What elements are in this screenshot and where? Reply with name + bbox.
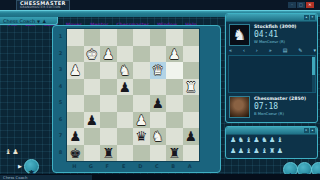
settings-button[interactable]: ✱ (24, 159, 39, 174)
captured-pawn-icon: ♟ (253, 147, 259, 156)
square-h5[interactable] (67, 95, 84, 112)
square-b5[interactable] (166, 95, 183, 112)
square-c3[interactable]: ♛ (150, 62, 167, 79)
square-g7[interactable] (84, 128, 101, 145)
logo-subtitle: GRANDMASTER EDITION (20, 6, 66, 9)
square-e8[interactable] (117, 145, 134, 162)
player-card-top: ♞ Stockfish (3000) 04:41 W MonCoeur (R) (229, 24, 315, 47)
square-g1[interactable] (84, 29, 101, 46)
knight-silhouette-icon: ♞ (233, 26, 246, 44)
square-c6[interactable] (150, 112, 167, 129)
taskbar-item[interactable]: Chess Coach (0, 175, 92, 180)
rank-label-4: 4 (56, 78, 65, 95)
square-c8[interactable] (150, 145, 167, 162)
square-c1[interactable] (150, 29, 167, 46)
player-bottom-clock: 07:18 (254, 102, 306, 111)
piece-white-knight: ♞ (150, 128, 167, 145)
captured-bishop-icon: ♝ (261, 147, 267, 156)
captured-pawn-icon: ♟ (238, 147, 244, 156)
square-h3[interactable]: ♟ (67, 62, 84, 79)
piece-white-pawn: ♟ (100, 46, 117, 63)
toolbar-icon-3[interactable]: » (269, 47, 272, 53)
game-status-header-button-0[interactable]: ▴ (304, 15, 309, 20)
rank-label-2: 2 (56, 45, 65, 62)
mode-selector-label: Chess Coach (3, 18, 35, 24)
square-g3[interactable] (84, 62, 101, 79)
square-c7[interactable]: ♞ (150, 128, 167, 145)
square-f3[interactable] (100, 62, 117, 79)
captured-bishop-icon: ♝ (246, 136, 252, 145)
player-top-avatar: ♞ (229, 24, 250, 46)
piece-white-pawn: ♟ (166, 46, 183, 63)
close-button[interactable]: ✕ (306, 2, 314, 8)
toolbar-icon-1[interactable]: ‹ (243, 47, 245, 53)
captured-pawn-icon: ♟ (253, 136, 259, 145)
taskbar: Chess Coach (0, 174, 320, 180)
square-b7[interactable] (166, 128, 183, 145)
file-label-f: F (99, 162, 116, 170)
square-e4[interactable]: ♟ (117, 79, 134, 96)
square-e5[interactable] (117, 95, 134, 112)
chessmaster-window: CHESSMASTER GRANDMASTER EDITION – □ ✕ Fi… (0, 0, 320, 180)
rank-label-1: 1 (56, 28, 65, 45)
toolbar-icon-2[interactable]: › (256, 47, 258, 53)
square-f8[interactable]: ♜ (100, 145, 117, 162)
captured-rook-icon: ♜ (269, 147, 275, 156)
square-f6[interactable] (100, 112, 117, 129)
player-top-clock: 04:41 (254, 30, 296, 39)
mode-selector-tab[interactable]: Chess Coach▼♟ (0, 17, 58, 25)
piece-white-queen: ♛ (150, 62, 167, 79)
move-list-scrollbar[interactable] (312, 56, 315, 92)
square-a1[interactable] (183, 29, 200, 46)
square-a2[interactable] (183, 46, 200, 63)
square-h1[interactable] (67, 29, 84, 46)
square-a5[interactable] (183, 95, 200, 112)
square-b1[interactable] (166, 29, 183, 46)
rank-label-3: 3 (56, 61, 65, 78)
square-b8[interactable]: ♜ (166, 145, 183, 162)
square-d2[interactable] (133, 46, 150, 63)
square-h6[interactable] (67, 112, 84, 129)
expand-arrow-icon[interactable]: ▶ (18, 163, 22, 169)
captured-pieces-panel: Captured Pieces ▸▴ ♟♞♝♟♞♟♝ ♟♟♝♟♝♜♟ (225, 126, 318, 159)
square-a3[interactable] (183, 62, 200, 79)
square-b2[interactable]: ♟ (166, 46, 183, 63)
board-panel: 12345678 ♚♟♟♟♞♛♟♜♟♟♟♟♛♞♟♚♜♜ HGFEDCBA (52, 25, 221, 173)
mini-piece-glyphs: ♝♟ (5, 148, 20, 156)
square-a6[interactable] (183, 112, 200, 129)
square-e3[interactable]: ♞ (117, 62, 134, 79)
square-e2[interactable] (117, 46, 134, 63)
square-a4[interactable]: ♜ (183, 79, 200, 96)
captured-header-buttons: ▸▴ (304, 128, 315, 133)
captured-knight-icon: ♞ (238, 136, 244, 145)
toolbar-icon-0[interactable]: « (229, 47, 232, 53)
square-f4[interactable] (100, 79, 117, 96)
square-f5[interactable] (100, 95, 117, 112)
square-d6[interactable]: ♟ (133, 112, 150, 129)
square-e7[interactable] (117, 128, 134, 145)
square-c5[interactable]: ♟ (150, 95, 167, 112)
toolbar-icon-5[interactable]: ✎ (298, 47, 302, 53)
square-g8[interactable] (84, 145, 101, 162)
square-d5[interactable] (133, 95, 150, 112)
minimize-button[interactable]: – (288, 2, 296, 8)
captured-bishop-icon: ♝ (277, 136, 283, 145)
square-g5[interactable] (84, 95, 101, 112)
rank-label-7: 7 (56, 127, 65, 144)
file-label-d: D (132, 162, 149, 170)
square-g4[interactable] (84, 79, 101, 96)
game-status-header-buttons: ▴▾ (304, 15, 315, 20)
square-d1[interactable] (133, 29, 150, 46)
square-g6[interactable]: ♟ (84, 112, 101, 129)
title-bar: CHESSMASTER GRANDMASTER EDITION – □ ✕ (0, 0, 320, 10)
square-c2[interactable] (150, 46, 167, 63)
square-e1[interactable] (117, 29, 134, 46)
square-d7[interactable]: ♛ (133, 128, 150, 145)
square-e6[interactable] (117, 112, 134, 129)
piece-black-pawn: ♟ (150, 95, 167, 112)
captured-row-black: ♟♞♝♟♞♟♝ (230, 136, 283, 145)
toolbar-icon-6[interactable]: ▾ (313, 47, 316, 53)
scrollbar-thumb[interactable] (312, 57, 315, 75)
file-labels: HGFEDCBA (66, 162, 198, 170)
game-status-header: Game Status ▴▾ (226, 14, 317, 22)
captured-header-button-0[interactable]: ▸ (304, 128, 309, 133)
file-label-h: H (66, 162, 83, 170)
square-f2[interactable]: ♟ (100, 46, 117, 63)
piece-white-knight: ♞ (117, 62, 134, 79)
game-status-header-button-1[interactable]: ▾ (310, 15, 315, 20)
square-g2[interactable]: ♚ (84, 46, 101, 63)
square-h4[interactable] (67, 79, 84, 96)
square-d3[interactable] (133, 62, 150, 79)
rank-labels: 12345678 (56, 28, 65, 160)
square-d8[interactable] (133, 145, 150, 162)
player-top-text: Stockfish (3000) 04:41 W MonCoeur (R) (254, 24, 296, 44)
square-b4[interactable] (166, 79, 183, 96)
captured-header-button-1[interactable]: ▴ (310, 128, 315, 133)
captured-pawn-icon: ♟ (277, 147, 283, 156)
player-top-sub: W MonCoeur (R) (254, 39, 296, 44)
captured-row-white: ♟♟♝♟♝♜♟ (230, 147, 283, 156)
square-h7[interactable]: ♟ (67, 128, 84, 145)
piece-black-pawn: ♟ (183, 128, 200, 145)
square-a8[interactable] (183, 145, 200, 162)
captured-pieces-header: Captured Pieces ▸▴ (226, 127, 317, 135)
piece-black-rook: ♜ (100, 145, 117, 162)
rank-label-6: 6 (56, 111, 65, 128)
player-bottom-sub: B MonCoeur (R) (254, 111, 306, 116)
file-label-g: G (83, 162, 100, 170)
maximize-button[interactable]: □ (297, 2, 305, 8)
piece-white-pawn: ♟ (133, 112, 150, 129)
file-label-a: A (182, 162, 199, 170)
file-label-e: E (116, 162, 133, 170)
captured-knight-icon: ♞ (261, 136, 267, 145)
rank-label-8: 8 (56, 144, 65, 161)
player-bottom-avatar (229, 96, 250, 118)
file-label-b: B (165, 162, 182, 170)
square-f1[interactable] (100, 29, 117, 46)
chess-board: ♚♟♟♟♞♛♟♜♟♟♟♟♛♞♟♚♜♜ (66, 28, 200, 162)
piece-black-king: ♚ (67, 145, 84, 162)
square-h8[interactable]: ♚ (67, 145, 84, 162)
piece-white-king: ♚ (84, 46, 101, 63)
chevron-down-icon: ▼ (37, 19, 40, 24)
captured-pawn-icon: ♟ (269, 136, 275, 145)
piece-black-rook: ♜ (166, 145, 183, 162)
move-nav-toolbar: «‹›»▤✎▾ (229, 47, 316, 53)
square-d4[interactable] (133, 79, 150, 96)
move-list[interactable] (228, 55, 316, 93)
captured-pawn-icon: ♟ (230, 147, 236, 156)
player-bottom-text: Chessmaster (2850) 07:18 B MonCoeur (R) (254, 96, 306, 116)
captured-bishop-icon: ♝ (246, 147, 252, 156)
file-label-c: C (149, 162, 166, 170)
pawn-mini-icon: ♟ (42, 19, 46, 24)
game-status-panel: Game Status ▴▾ ♞ Stockfish (3000) 04:41 … (225, 13, 318, 123)
player-card-bottom: Chessmaster (2850) 07:18 B MonCoeur (R) (229, 96, 315, 120)
piece-black-pawn: ♟ (67, 128, 84, 145)
captured-pawn-icon: ♟ (230, 136, 236, 145)
square-h2[interactable] (67, 46, 84, 63)
square-f7[interactable] (100, 128, 117, 145)
square-a7[interactable]: ♟ (183, 128, 200, 145)
piece-black-queen: ♛ (133, 128, 150, 145)
square-b3[interactable] (166, 62, 183, 79)
square-c4[interactable] (150, 79, 167, 96)
piece-white-pawn: ♟ (67, 62, 84, 79)
piece-white-rook: ♜ (183, 79, 200, 96)
piece-black-pawn: ♟ (117, 79, 134, 96)
rank-label-5: 5 (56, 94, 65, 111)
window-controls: – □ ✕ (288, 2, 314, 8)
toolbar-icon-4[interactable]: ▤ (283, 47, 288, 53)
square-b6[interactable] (166, 112, 183, 129)
piece-black-pawn: ♟ (84, 112, 101, 129)
